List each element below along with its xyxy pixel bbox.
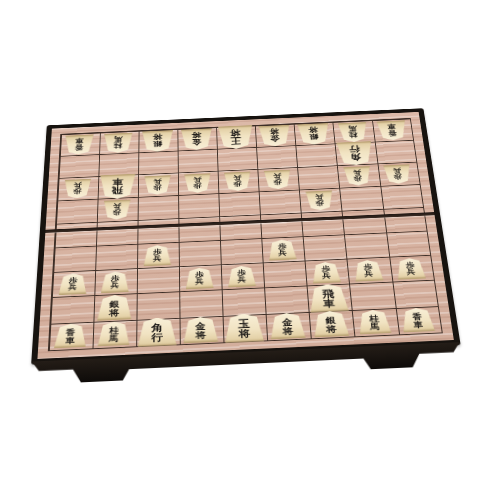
shogi-piece-金将[interactable]: 金将 (269, 312, 305, 339)
piece-kanji: 歩兵 (153, 178, 161, 191)
piece-kanji: 歩兵 (405, 262, 416, 276)
shogi-piece-歩兵[interactable]: 歩兵 (343, 166, 371, 186)
piece-kanji: 香車 (386, 123, 396, 136)
piece-kanji: 歩兵 (153, 249, 162, 263)
shogi-piece-玉将[interactable]: 玉将 (224, 313, 264, 343)
shogi-piece-歩兵[interactable]: 歩兵 (395, 258, 426, 280)
shogi-piece-香車[interactable]: 香車 (64, 134, 93, 155)
piece-kanji: 香車 (65, 329, 75, 345)
shogi-piece-桂馬[interactable]: 桂馬 (357, 309, 391, 334)
shogi-piece-桂馬[interactable]: 桂馬 (104, 132, 133, 153)
shogi-piece-歩兵[interactable]: 歩兵 (144, 175, 171, 195)
shogi-piece-角行[interactable]: 角行 (336, 141, 374, 166)
piece-kanji: 角行 (151, 323, 163, 343)
piece-kanji: 歩兵 (393, 167, 403, 180)
piece-kanji: 玉将 (238, 319, 251, 339)
shogi-piece-金将[interactable]: 金将 (183, 316, 218, 343)
shogi-piece-王将[interactable]: 王将 (218, 125, 254, 149)
piece-kanji: 歩兵 (73, 181, 82, 194)
piece-kanji: 王将 (230, 128, 241, 144)
shogi-board: 香車桂馬銀将金将王将金将銀将桂馬香車角行歩兵飛車歩兵歩兵歩兵歩兵歩兵歩兵歩兵歩兵… (31, 108, 461, 364)
shogi-piece-飛車[interactable]: 飛車 (308, 283, 348, 312)
piece-kanji: 歩兵 (112, 202, 121, 215)
shogi-piece-歩兵[interactable]: 歩兵 (227, 265, 256, 287)
piece-kanji: 歩兵 (195, 272, 204, 286)
shogi-piece-歩兵[interactable]: 歩兵 (264, 169, 292, 189)
piece-kanji: 飛車 (322, 289, 335, 308)
piece-kanji: 銀将 (325, 316, 337, 333)
shogi-piece-角行[interactable]: 角行 (138, 317, 177, 347)
shogi-piece-飛車[interactable]: 飛車 (99, 174, 135, 200)
shogi-piece-歩兵[interactable]: 歩兵 (101, 271, 129, 293)
shogi-piece-銀将[interactable]: 銀将 (142, 130, 173, 152)
piece-kanji: 金将 (192, 131, 202, 145)
piece-kanji: 歩兵 (237, 270, 246, 284)
piece-kanji: 歩兵 (353, 169, 363, 182)
piece-kanji: 金将 (195, 322, 206, 340)
piece-kanji: 桂馬 (348, 125, 358, 138)
shogi-piece-香車[interactable]: 香車 (400, 307, 435, 332)
shogi-piece-桂馬[interactable]: 桂馬 (98, 321, 130, 346)
piece-kanji: 銀将 (109, 300, 120, 317)
piece-kanji: 金将 (282, 318, 294, 335)
piece-kanji: 歩兵 (315, 193, 324, 206)
piece-kanji: 金将 (269, 128, 279, 142)
shogi-piece-金将[interactable]: 金将 (258, 125, 290, 147)
piece-kanji: 銀将 (308, 126, 319, 140)
piece-kanji: 歩兵 (273, 172, 282, 185)
shogi-piece-歩兵[interactable]: 歩兵 (268, 239, 297, 260)
shogi-piece-金将[interactable]: 金将 (181, 128, 212, 150)
shogi-piece-桂馬[interactable]: 桂馬 (337, 122, 368, 142)
shogi-piece-歩兵[interactable]: 歩兵 (311, 261, 341, 283)
shogi-piece-香車[interactable]: 香車 (54, 323, 87, 348)
shogi-piece-銀将[interactable]: 銀将 (97, 294, 132, 320)
shogi-piece-歩兵[interactable]: 歩兵 (143, 245, 171, 267)
piece-kanji: 飛車 (112, 177, 123, 194)
piece-kanji: 桂馬 (369, 315, 380, 331)
shogi-piece-歩兵[interactable]: 歩兵 (58, 273, 87, 295)
shogi-piece-歩兵[interactable]: 歩兵 (185, 267, 213, 289)
product-photo-canvas: 香車桂馬銀将金将王将金将銀将桂馬香車角行歩兵飛車歩兵歩兵歩兵歩兵歩兵歩兵歩兵歩兵… (0, 0, 500, 500)
piece-kanji: 香車 (412, 313, 423, 329)
shogi-piece-歩兵[interactable]: 歩兵 (103, 199, 130, 220)
piece-kanji: 桂馬 (109, 327, 119, 343)
piece-kanji: 銀将 (153, 133, 162, 147)
pieces-layer: 香車桂馬銀将金将王将金将銀将桂馬香車角行歩兵飛車歩兵歩兵歩兵歩兵歩兵歩兵歩兵歩兵… (37, 112, 453, 359)
piece-kanji: 香車 (75, 137, 84, 150)
piece-kanji: 歩兵 (110, 276, 119, 290)
piece-kanji: 歩兵 (321, 266, 331, 280)
shogi-piece-香車[interactable]: 香車 (376, 120, 407, 140)
piece-kanji: 歩兵 (278, 244, 287, 258)
shogi-piece-歩兵[interactable]: 歩兵 (353, 260, 383, 282)
piece-kanji: 歩兵 (363, 264, 373, 278)
shogi-set: 香車桂馬銀将金将王将金将銀将桂馬香車角行歩兵飛車歩兵歩兵歩兵歩兵歩兵歩兵歩兵歩兵… (18, 45, 463, 404)
shogi-piece-歩兵[interactable]: 歩兵 (305, 190, 333, 210)
piece-kanji: 歩兵 (233, 174, 242, 187)
piece-kanji: 桂馬 (114, 135, 123, 148)
piece-kanji: 歩兵 (68, 278, 77, 292)
shogi-piece-歩兵[interactable]: 歩兵 (224, 171, 251, 191)
shogi-piece-歩兵[interactable]: 歩兵 (63, 179, 90, 199)
shogi-piece-銀将[interactable]: 銀将 (297, 123, 330, 145)
shogi-piece-歩兵[interactable]: 歩兵 (184, 173, 211, 193)
piece-kanji: 角行 (349, 145, 362, 162)
shogi-piece-銀将[interactable]: 銀将 (313, 310, 350, 337)
piece-kanji: 歩兵 (193, 176, 201, 189)
shogi-piece-歩兵[interactable]: 歩兵 (383, 164, 412, 184)
